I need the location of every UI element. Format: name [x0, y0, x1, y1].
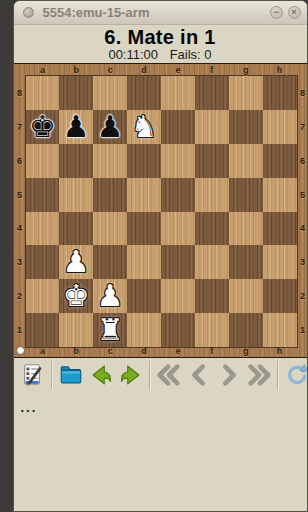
rank-label: 3: [14, 245, 26, 279]
move-forward-icon[interactable]: [117, 360, 145, 390]
square-d6[interactable]: [127, 144, 161, 178]
rank-label: 2: [14, 279, 26, 313]
square-c7[interactable]: ♟: [93, 110, 127, 144]
square-b7[interactable]: ♟: [59, 110, 93, 144]
status-line: 00:11:00 Fails: 0: [14, 48, 307, 62]
square-e2[interactable]: [161, 279, 195, 313]
square-a5[interactable]: [26, 178, 60, 212]
square-f5[interactable]: [195, 178, 229, 212]
square-a1[interactable]: [26, 313, 60, 347]
square-a2[interactable]: [26, 279, 60, 313]
rank-label: 1: [297, 313, 308, 347]
refresh-icon[interactable]: [283, 360, 308, 390]
rank-label: 1: [14, 313, 26, 347]
app-window: 5554:emu-15-arm − × 6. Mate in 1 00:11:0…: [13, 0, 308, 512]
file-label: a: [26, 64, 60, 76]
square-h3[interactable]: [263, 245, 297, 279]
white-knight: ♞: [131, 112, 158, 142]
square-g6[interactable]: [229, 144, 263, 178]
square-h8[interactable]: [263, 76, 297, 110]
square-a8[interactable]: [26, 76, 60, 110]
square-e1[interactable]: [161, 313, 195, 347]
white-pawn: ♟: [63, 247, 90, 277]
square-c5[interactable]: [93, 178, 127, 212]
toolbar-separator: [277, 361, 279, 389]
rank-label: 2: [297, 279, 308, 313]
square-e5[interactable]: [161, 178, 195, 212]
square-h4[interactable]: [263, 212, 297, 246]
square-h7[interactable]: [263, 110, 297, 144]
square-a7[interactable]: ♚: [26, 110, 60, 144]
puzzle-title: 6. Mate in 1: [14, 26, 307, 48]
square-b2[interactable]: ♚: [59, 279, 93, 313]
square-g4[interactable]: [229, 212, 263, 246]
square-b3[interactable]: ♟: [59, 245, 93, 279]
first-puzzle-icon[interactable]: [155, 360, 183, 390]
rank-label: 4: [14, 212, 26, 246]
square-h5[interactable]: [263, 178, 297, 212]
square-f2[interactable]: [195, 279, 229, 313]
file-label: d: [127, 64, 161, 76]
rank-label: 8: [14, 76, 26, 110]
rank-label: 6: [14, 144, 26, 178]
rank-label: 5: [297, 178, 308, 212]
file-label: b: [59, 64, 93, 76]
square-g1[interactable]: [229, 313, 263, 347]
square-g3[interactable]: [229, 245, 263, 279]
rank-label: 4: [297, 212, 308, 246]
black-pawn: ♟: [97, 112, 124, 142]
square-c2[interactable]: ♟: [93, 279, 127, 313]
rank-label: 7: [297, 110, 308, 144]
square-a6[interactable]: [26, 144, 60, 178]
square-f8[interactable]: [195, 76, 229, 110]
square-c4[interactable]: [93, 212, 127, 246]
rank-label: 7: [14, 110, 26, 144]
file-labels-top: abcdefgh: [26, 64, 297, 76]
square-e7[interactable]: [161, 110, 195, 144]
square-b8[interactable]: [59, 76, 93, 110]
window-menu-icon[interactable]: [23, 7, 34, 18]
square-d5[interactable]: [127, 178, 161, 212]
square-d1[interactable]: [127, 313, 161, 347]
rank-label: 8: [297, 76, 308, 110]
folder-icon[interactable]: [57, 360, 85, 390]
file-label: c: [93, 64, 127, 76]
rank-label: 6: [297, 144, 308, 178]
square-e8[interactable]: [161, 76, 195, 110]
square-b4[interactable]: [59, 212, 93, 246]
square-a3[interactable]: [26, 245, 60, 279]
timer: 00:11:00: [108, 47, 158, 62]
square-d8[interactable]: [127, 76, 161, 110]
square-f6[interactable]: [195, 144, 229, 178]
rank-label: 3: [297, 245, 308, 279]
move-list[interactable]: ...: [14, 392, 307, 423]
square-f4[interactable]: [195, 212, 229, 246]
square-e4[interactable]: [161, 212, 195, 246]
toolbar-separator: [51, 361, 53, 389]
file-label: f: [195, 64, 229, 76]
black-king: ♚: [29, 112, 56, 142]
square-e3[interactable]: [161, 245, 195, 279]
last-puzzle-icon[interactable]: [245, 360, 273, 390]
fails-counter: Fails: 0: [170, 47, 212, 62]
chess-board[interactable]: abcdefgh abcdefgh 87654321 87654321 ♚♟♟♞…: [14, 63, 308, 358]
square-g5[interactable]: [229, 178, 263, 212]
square-c3[interactable]: [93, 245, 127, 279]
rank-label: 5: [14, 178, 26, 212]
square-d4[interactable]: [127, 212, 161, 246]
white-pawn: ♟: [97, 281, 124, 311]
square-e6[interactable]: [161, 144, 195, 178]
edit-icon[interactable]: [19, 360, 47, 390]
next-puzzle-icon[interactable]: [215, 360, 243, 390]
square-c8[interactable]: [93, 76, 127, 110]
file-label: e: [161, 64, 195, 76]
square-c1[interactable]: ♜: [93, 313, 127, 347]
square-d3[interactable]: [127, 245, 161, 279]
close-button[interactable]: ×: [288, 6, 301, 19]
square-h1[interactable]: [263, 313, 297, 347]
square-f1[interactable]: [195, 313, 229, 347]
square-g8[interactable]: [229, 76, 263, 110]
square-d7[interactable]: ♞: [127, 110, 161, 144]
square-b5[interactable]: [59, 178, 93, 212]
toolbar: [14, 358, 307, 392]
rank-labels-left: 87654321: [14, 76, 26, 347]
square-c6[interactable]: [93, 144, 127, 178]
minimize-button[interactable]: −: [270, 6, 283, 19]
square-f7[interactable]: [195, 110, 229, 144]
white-to-move-indicator: [16, 346, 25, 355]
move-back-icon[interactable]: [87, 360, 115, 390]
prev-puzzle-icon[interactable]: [185, 360, 213, 390]
toolbar-separator: [149, 361, 151, 389]
square-b6[interactable]: [59, 144, 93, 178]
square-h2[interactable]: [263, 279, 297, 313]
square-g7[interactable]: [229, 110, 263, 144]
window-title: 5554:emu-15-arm: [43, 5, 265, 20]
white-rook: ♜: [97, 315, 124, 345]
square-b1[interactable]: [59, 313, 93, 347]
square-g2[interactable]: [229, 279, 263, 313]
square-a4[interactable]: [26, 212, 60, 246]
black-pawn: ♟: [63, 112, 90, 142]
rank-labels-right: 87654321: [297, 76, 308, 347]
file-label: h: [263, 64, 297, 76]
title-bar: 5554:emu-15-arm − ×: [14, 1, 307, 25]
square-h6[interactable]: [263, 144, 297, 178]
file-label: g: [229, 64, 263, 76]
white-king: ♚: [63, 281, 90, 311]
board-grid: ♚♟♟♞♟♚♟♜: [26, 76, 297, 347]
square-f3[interactable]: [195, 245, 229, 279]
square-d2[interactable]: [127, 279, 161, 313]
